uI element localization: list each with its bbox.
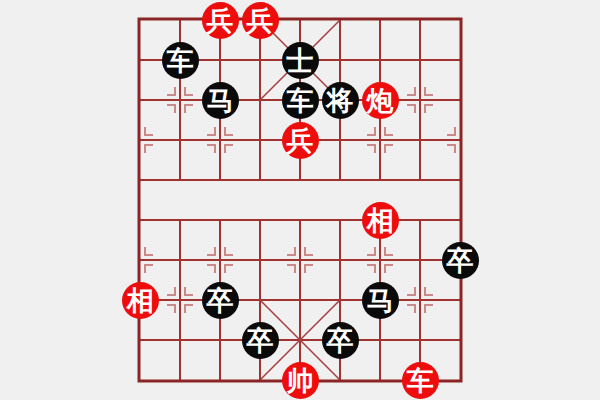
piece-red-elephant[interactable]: 相 xyxy=(122,282,159,319)
piece-black-horse[interactable]: 马 xyxy=(362,282,399,319)
piece-black-pawn[interactable]: 卒 xyxy=(242,322,279,359)
piece-red-pawn[interactable]: 兵 xyxy=(242,2,279,39)
piece-red-elephant[interactable]: 相 xyxy=(362,202,399,239)
piece-red-chariot[interactable]: 车 xyxy=(402,362,439,399)
xiangqi-diagram: 兵兵车士马车将炮兵相卒相卒马卒卒帅车 xyxy=(0,0,600,400)
piece-black-horse[interactable]: 马 xyxy=(202,82,239,119)
piece-black-pawn[interactable]: 卒 xyxy=(442,242,479,279)
piece-black-chariot[interactable]: 车 xyxy=(282,82,319,119)
piece-red-pawn[interactable]: 兵 xyxy=(282,122,319,159)
piece-black-chariot[interactable]: 车 xyxy=(162,42,199,79)
piece-red-king[interactable]: 帅 xyxy=(282,362,319,399)
piece-black-advisor[interactable]: 士 xyxy=(282,42,319,79)
pieces-layer: 兵兵车士马车将炮兵相卒相卒马卒卒帅车 xyxy=(0,0,600,400)
piece-red-pawn[interactable]: 兵 xyxy=(202,2,239,39)
piece-black-pawn[interactable]: 卒 xyxy=(322,322,359,359)
piece-black-pawn[interactable]: 卒 xyxy=(202,282,239,319)
piece-black-general[interactable]: 将 xyxy=(322,82,359,119)
piece-red-cannon[interactable]: 炮 xyxy=(362,82,399,119)
